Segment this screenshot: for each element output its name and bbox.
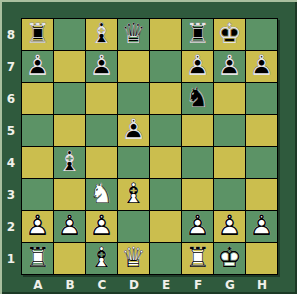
square-f7[interactable]: ♟♙: [182, 51, 213, 82]
piece-outline-glyph: ♙: [86, 211, 117, 242]
rank-label-4: 4: [0, 147, 20, 179]
black-pawn-c7: ♟♙: [86, 51, 117, 82]
black-rook-f8: ♜♖: [182, 19, 213, 50]
square-h3[interactable]: [246, 179, 277, 210]
square-e6[interactable]: [150, 83, 181, 114]
square-e1[interactable]: [150, 243, 181, 274]
square-d5[interactable]: ♟♙: [118, 115, 149, 146]
square-c2[interactable]: ♟♙: [86, 211, 117, 242]
piece-outline-glyph: ♙: [214, 211, 245, 242]
square-g6[interactable]: [214, 83, 245, 114]
rank-label-7: 7: [0, 51, 20, 83]
square-h8[interactable]: [246, 19, 277, 50]
square-g7[interactable]: ♟♙: [214, 51, 245, 82]
rank-labels: 87654321: [0, 19, 20, 275]
square-d1[interactable]: ♛♕: [118, 243, 149, 274]
piece-outline-glyph: ♙: [182, 51, 213, 82]
square-b3[interactable]: [54, 179, 85, 210]
piece-outline-glyph: ♙: [246, 211, 277, 242]
square-g2[interactable]: ♟♙: [214, 211, 245, 242]
square-a3[interactable]: [22, 179, 53, 210]
square-d6[interactable]: [118, 83, 149, 114]
square-c8[interactable]: ♝♗: [86, 19, 117, 50]
file-labels: ABCDEFGH: [22, 275, 278, 294]
square-c3[interactable]: ♞♘: [86, 179, 117, 210]
square-a5[interactable]: [22, 115, 53, 146]
square-f6[interactable]: ♞♘: [182, 83, 213, 114]
square-e3[interactable]: [150, 179, 181, 210]
white-pawn-h2: ♟♙: [246, 211, 277, 242]
black-pawn-g7: ♟♙: [214, 51, 245, 82]
rank-label-8: 8: [0, 19, 20, 51]
square-h2[interactable]: ♟♙: [246, 211, 277, 242]
file-label-e: E: [150, 275, 182, 294]
black-pawn-d5: ♟♙: [118, 115, 149, 146]
square-b8[interactable]: [54, 19, 85, 50]
square-a1[interactable]: ♜♖: [22, 243, 53, 274]
square-e7[interactable]: [150, 51, 181, 82]
white-pawn-g2: ♟♙: [214, 211, 245, 242]
square-e4[interactable]: [150, 147, 181, 178]
square-f5[interactable]: [182, 115, 213, 146]
piece-outline-glyph: ♙: [22, 211, 53, 242]
square-h6[interactable]: [246, 83, 277, 114]
rank-label-2: 2: [0, 211, 20, 243]
square-c1[interactable]: ♝♗: [86, 243, 117, 274]
black-pawn-h7: ♟♙: [246, 51, 277, 82]
rank-label-3: 3: [0, 179, 20, 211]
piece-outline-glyph: ♖: [182, 243, 213, 274]
file-label-c: C: [86, 275, 118, 294]
white-knight-c3: ♞♘: [86, 179, 117, 210]
white-rook-a1: ♜♖: [22, 243, 53, 274]
piece-outline-glyph: ♗: [86, 19, 117, 50]
square-a7[interactable]: ♟♙: [22, 51, 53, 82]
square-c4[interactable]: [86, 147, 117, 178]
square-b7[interactable]: [54, 51, 85, 82]
black-bishop-b4: ♝♗: [54, 147, 85, 178]
square-h5[interactable]: [246, 115, 277, 146]
black-pawn-a7: ♟♙: [22, 51, 53, 82]
chess-board-panel: 87654321 ♜♖♝♗♛♕♜♖♚♔♟♙♟♙♟♙♟♙♟♙♞♘♟♙♝♗♞♘♝♗♟…: [0, 0, 297, 294]
square-d8[interactable]: ♛♕: [118, 19, 149, 50]
rank-label-6: 6: [0, 83, 20, 115]
file-label-a: A: [22, 275, 54, 294]
piece-outline-glyph: ♙: [246, 51, 277, 82]
square-g4[interactable]: [214, 147, 245, 178]
square-e8[interactable]: [150, 19, 181, 50]
piece-outline-glyph: ♗: [86, 243, 117, 274]
white-bishop-c1: ♝♗: [86, 243, 117, 274]
piece-outline-glyph: ♙: [214, 51, 245, 82]
square-g8[interactable]: ♚♔: [214, 19, 245, 50]
piece-outline-glyph: ♘: [182, 83, 213, 114]
square-b6[interactable]: [54, 83, 85, 114]
black-king-g8: ♚♔: [214, 19, 245, 50]
square-g1[interactable]: ♚♔: [214, 243, 245, 274]
black-rook-a8: ♜♖: [22, 19, 53, 50]
file-label-b: B: [54, 275, 86, 294]
black-queen-d8: ♛♕: [118, 19, 149, 50]
square-d3[interactable]: ♝♗: [118, 179, 149, 210]
piece-outline-glyph: ♙: [182, 211, 213, 242]
square-f3[interactable]: [182, 179, 213, 210]
square-e5[interactable]: [150, 115, 181, 146]
white-rook-f1: ♜♖: [182, 243, 213, 274]
piece-outline-glyph: ♔: [214, 19, 245, 50]
piece-outline-glyph: ♕: [118, 243, 149, 274]
black-bishop-c8: ♝♗: [86, 19, 117, 50]
square-f8[interactable]: ♜♖: [182, 19, 213, 50]
white-bishop-d3: ♝♗: [118, 179, 149, 210]
square-e2[interactable]: [150, 211, 181, 242]
rank-label-5: 5: [0, 115, 20, 147]
square-d7[interactable]: [118, 51, 149, 82]
white-pawn-b2: ♟♙: [54, 211, 85, 242]
square-d4[interactable]: [118, 147, 149, 178]
square-h1[interactable]: [246, 243, 277, 274]
piece-outline-glyph: ♖: [22, 19, 53, 50]
black-pawn-f7: ♟♙: [182, 51, 213, 82]
square-c6[interactable]: [86, 83, 117, 114]
piece-outline-glyph: ♕: [118, 19, 149, 50]
square-b4[interactable]: ♝♗: [54, 147, 85, 178]
file-label-d: D: [118, 275, 150, 294]
rank-label-1: 1: [0, 243, 20, 275]
white-pawn-f2: ♟♙: [182, 211, 213, 242]
piece-outline-glyph: ♙: [54, 211, 85, 242]
piece-outline-glyph: ♗: [54, 147, 85, 178]
file-label-f: F: [182, 275, 214, 294]
square-c7[interactable]: ♟♙: [86, 51, 117, 82]
square-a2[interactable]: ♟♙: [22, 211, 53, 242]
square-f4[interactable]: [182, 147, 213, 178]
piece-outline-glyph: ♖: [182, 19, 213, 50]
piece-outline-glyph: ♔: [214, 243, 245, 274]
piece-outline-glyph: ♗: [118, 179, 149, 210]
piece-outline-glyph: ♘: [86, 179, 117, 210]
square-d2[interactable]: [118, 211, 149, 242]
square-h4[interactable]: [246, 147, 277, 178]
square-a8[interactable]: ♜♖: [22, 19, 53, 50]
file-label-g: G: [214, 275, 246, 294]
white-pawn-a2: ♟♙: [22, 211, 53, 242]
square-b1[interactable]: [54, 243, 85, 274]
square-b2[interactable]: ♟♙: [54, 211, 85, 242]
square-h7[interactable]: ♟♙: [246, 51, 277, 82]
piece-outline-glyph: ♙: [118, 115, 149, 146]
square-f1[interactable]: ♜♖: [182, 243, 213, 274]
square-g3[interactable]: [214, 179, 245, 210]
square-a4[interactable]: [22, 147, 53, 178]
white-pawn-c2: ♟♙: [86, 211, 117, 242]
file-label-h: H: [246, 275, 278, 294]
square-c5[interactable]: [86, 115, 117, 146]
square-a6[interactable]: [22, 83, 53, 114]
piece-outline-glyph: ♙: [86, 51, 117, 82]
piece-outline-glyph: ♙: [22, 51, 53, 82]
chess-board: ♜♖♝♗♛♕♜♖♚♔♟♙♟♙♟♙♟♙♟♙♞♘♟♙♝♗♞♘♝♗♟♙♟♙♟♙♟♙♟♙…: [21, 18, 278, 275]
black-knight-f6: ♞♘: [182, 83, 213, 114]
white-king-g1: ♚♔: [214, 243, 245, 274]
square-f2[interactable]: ♟♙: [182, 211, 213, 242]
white-queen-d1: ♛♕: [118, 243, 149, 274]
square-g5[interactable]: [214, 115, 245, 146]
piece-outline-glyph: ♖: [22, 243, 53, 274]
square-b5[interactable]: [54, 115, 85, 146]
